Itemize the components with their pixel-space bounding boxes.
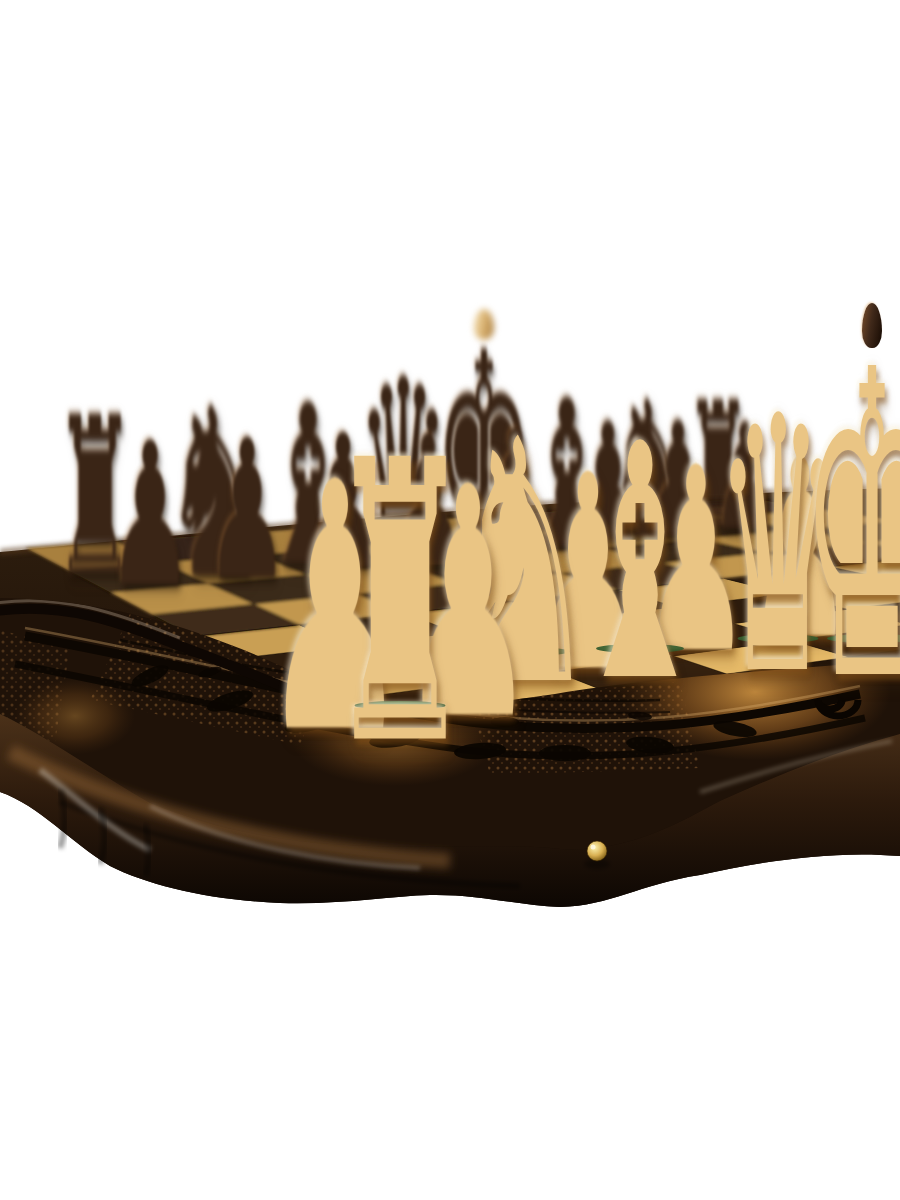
photo-background: { "game": "chess", "scene": { "backgroun… [0,0,900,1200]
chess-set-product-photo: ♜♟♞♟♟♝♚♛♟♝♟♟♜♞♟♟♟♟♛♚♟♝♞♟♟♜ [0,0,900,1200]
carved-board [0,0,900,1200]
